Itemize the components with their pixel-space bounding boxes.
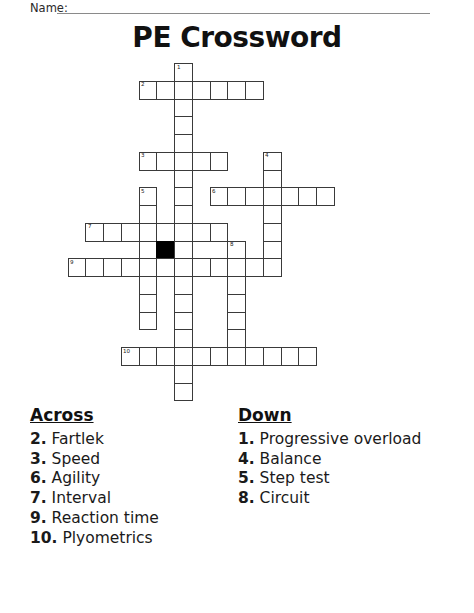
cell-number: 5 — [141, 189, 145, 195]
crossword-cell[interactable] — [174, 347, 193, 366]
crossword-cell[interactable] — [174, 116, 193, 135]
crossword-grid: 12345678910 — [68, 63, 336, 402]
crossword-cell[interactable] — [139, 223, 158, 242]
crossword-cell[interactable] — [227, 258, 246, 277]
crossword-cell[interactable] — [316, 187, 335, 206]
crossword-cell[interactable] — [174, 276, 193, 295]
crossword-cell[interactable] — [263, 223, 282, 242]
crossword-cell[interactable] — [263, 170, 282, 189]
crossword-cell[interactable] — [263, 258, 282, 277]
crossword-cell[interactable]: 2 — [139, 81, 158, 100]
cell-number: 7 — [88, 224, 92, 230]
crossword-cell[interactable] — [103, 223, 122, 242]
cell-number: 2 — [141, 82, 145, 88]
clue-across-2: 2. Fartlek — [30, 430, 230, 450]
crossword-cell[interactable]: 3 — [139, 152, 158, 171]
crossword-cell[interactable] — [227, 347, 246, 366]
crossword-cell[interactable] — [156, 223, 175, 242]
crossword-cell[interactable] — [210, 347, 229, 366]
cell-number: 10 — [123, 349, 130, 355]
crossword-cell[interactable] — [174, 187, 193, 206]
clue-across-7: 7. Interval — [30, 489, 230, 509]
crossword-cell[interactable] — [227, 81, 246, 100]
down-header: Down — [238, 405, 468, 425]
crossword-cell[interactable]: 10 — [121, 347, 140, 366]
crossword-cell[interactable]: 1 — [174, 63, 193, 82]
crossword-cell[interactable]: 9 — [68, 258, 87, 277]
crossword-cell[interactable] — [121, 223, 140, 242]
crossword-cell[interactable] — [156, 347, 175, 366]
crossword-cell[interactable] — [281, 187, 300, 206]
crossword-cell[interactable] — [227, 294, 246, 313]
crossword-cell[interactable] — [85, 258, 104, 277]
crossword-cell[interactable] — [227, 276, 246, 295]
crossword-cell[interactable] — [174, 205, 193, 224]
crossword-cell[interactable] — [227, 187, 246, 206]
crossword-cell[interactable] — [192, 347, 211, 366]
crossword-cell[interactable] — [263, 187, 282, 206]
across-clues-list: 2. Fartlek3. Speed6. Agility7. Interval9… — [30, 430, 230, 548]
crossword-cell[interactable] — [192, 81, 211, 100]
crossword-cell[interactable] — [139, 312, 158, 331]
crossword-cell[interactable] — [156, 152, 175, 171]
cell-number: 4 — [265, 153, 269, 159]
crossword-cell[interactable] — [245, 258, 264, 277]
page-title: PE Crossword — [0, 21, 474, 54]
crossword-cell[interactable] — [210, 81, 229, 100]
clue-across-3: 3. Speed — [30, 450, 230, 470]
clue-across-6: 6. Agility — [30, 469, 230, 489]
crossword-cell[interactable]: 6 — [210, 187, 229, 206]
crossword-cell[interactable]: 8 — [227, 241, 246, 260]
clue-across-9: 9. Reaction time — [30, 509, 230, 529]
clue-down-5: 5. Step test — [238, 469, 468, 489]
crossword-cell[interactable]: 5 — [139, 187, 158, 206]
crossword-cell[interactable] — [245, 81, 264, 100]
crossword-cell[interactable] — [174, 241, 193, 260]
crossword-cell[interactable] — [227, 329, 246, 348]
crossword-cell[interactable] — [139, 294, 158, 313]
cell-number: 3 — [141, 153, 145, 159]
crossword-cell[interactable] — [174, 134, 193, 153]
crossword-cell[interactable] — [210, 223, 229, 242]
crossword-cell[interactable] — [156, 81, 175, 100]
crossword-cell[interactable] — [210, 258, 229, 277]
worksheet-page: Name: PE Crossword 12345678910 Across 2.… — [0, 0, 474, 613]
crossword-cell[interactable] — [139, 205, 158, 224]
crossword-cell[interactable] — [174, 365, 193, 384]
crossword-cell[interactable] — [298, 347, 317, 366]
crossword-cell[interactable] — [174, 383, 193, 402]
crossword-cell[interactable] — [192, 258, 211, 277]
down-clues-list: 1. Progressive overload4. Balance5. Step… — [238, 430, 468, 509]
crossword-cell[interactable] — [121, 258, 140, 277]
crossword-cell[interactable] — [174, 170, 193, 189]
crossword-cell[interactable] — [156, 258, 175, 277]
cell-number: 6 — [212, 189, 216, 195]
crossword-cell[interactable] — [245, 187, 264, 206]
crossword-cell[interactable] — [139, 258, 158, 277]
cell-number: 1 — [177, 65, 181, 71]
crossword-cell[interactable] — [210, 152, 229, 171]
crossword-cell[interactable]: 4 — [263, 152, 282, 171]
crossword-cell[interactable] — [263, 241, 282, 260]
crossword-cell[interactable] — [174, 223, 193, 242]
crossword-cell[interactable] — [227, 312, 246, 331]
clue-across-10: 10. Plyometrics — [30, 529, 230, 549]
across-header: Across — [30, 405, 230, 425]
crossword-cell[interactable] — [263, 347, 282, 366]
crossword-cell[interactable] — [174, 81, 193, 100]
crossword-cell[interactable] — [174, 312, 193, 331]
crossword-cell[interactable] — [139, 347, 158, 366]
crossword-cell[interactable] — [139, 276, 158, 295]
crossword-cell[interactable] — [174, 99, 193, 118]
crossword-cell[interactable] — [174, 258, 193, 277]
down-section: Down 1. Progressive overload4. Balance5.… — [238, 405, 468, 509]
crossword-cell[interactable] — [103, 258, 122, 277]
crossword-cell[interactable] — [139, 241, 158, 260]
crossword-cell[interactable] — [263, 205, 282, 224]
crossword-cell[interactable] — [298, 187, 317, 206]
clue-down-1: 1. Progressive overload — [238, 430, 468, 450]
crossword-cell[interactable] — [192, 152, 211, 171]
crossword-cell[interactable] — [245, 347, 264, 366]
clue-down-4: 4. Balance — [238, 450, 468, 470]
across-section: Across 2. Fartlek3. Speed6. Agility7. In… — [30, 405, 230, 548]
crossword-cell[interactable] — [174, 294, 193, 313]
blocked-cell — [156, 241, 175, 260]
crossword-cell[interactable] — [174, 152, 193, 171]
crossword-cell[interactable] — [281, 347, 300, 366]
cell-number: 9 — [70, 260, 74, 266]
cell-number: 8 — [230, 242, 234, 248]
crossword-cell[interactable]: 7 — [85, 223, 104, 242]
clue-down-8: 8. Circuit — [238, 489, 468, 509]
crossword-cell[interactable] — [192, 223, 211, 242]
name-blank-line[interactable] — [57, 13, 430, 14]
crossword-cell[interactable] — [174, 329, 193, 348]
